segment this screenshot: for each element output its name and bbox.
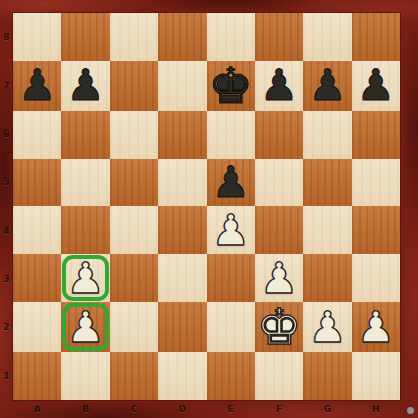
square-f8[interactable] — [255, 13, 303, 61]
square-c4[interactable] — [110, 206, 158, 254]
square-g7[interactable]: ♟ — [303, 61, 351, 111]
square-g5[interactable] — [303, 159, 351, 207]
square-a5[interactable] — [13, 159, 61, 207]
square-a6[interactable] — [13, 111, 61, 159]
file-label-e: E — [207, 400, 255, 418]
square-b7[interactable]: ♟ — [61, 61, 109, 111]
square-d7[interactable] — [158, 61, 206, 111]
square-g8[interactable] — [303, 13, 351, 61]
square-f1[interactable] — [255, 352, 303, 400]
square-g4[interactable] — [303, 206, 351, 254]
square-d2[interactable] — [158, 302, 206, 352]
black-pawn-piece[interactable]: ♟ — [308, 64, 347, 107]
rank-label-5: 5 — [0, 158, 13, 206]
rank-label-8: 8 — [0, 13, 13, 61]
square-d8[interactable] — [158, 13, 206, 61]
file-label-h: H — [352, 400, 400, 418]
rank-label-2: 2 — [0, 303, 13, 351]
file-label-c: C — [110, 400, 158, 418]
square-f3[interactable]: ♟ — [255, 254, 303, 302]
square-g2[interactable]: ♟ — [303, 302, 351, 352]
file-label-f: F — [255, 400, 303, 418]
white-pawn-piece[interactable]: ♟ — [260, 257, 299, 300]
square-h7[interactable]: ♟ — [352, 61, 400, 111]
white-pawn-piece[interactable]: ♟ — [66, 306, 105, 349]
square-g6[interactable] — [303, 111, 351, 159]
black-pawn-piece[interactable]: ♟ — [357, 64, 396, 107]
white-pawn-piece[interactable]: ♟ — [308, 306, 347, 349]
black-pawn-piece[interactable]: ♟ — [66, 64, 105, 107]
square-c1[interactable] — [110, 352, 158, 400]
square-c6[interactable] — [110, 111, 158, 159]
square-a4[interactable] — [13, 206, 61, 254]
square-f5[interactable] — [255, 159, 303, 207]
square-h2[interactable]: ♟ — [352, 302, 400, 352]
square-h4[interactable] — [352, 206, 400, 254]
square-e5[interactable]: ♟ — [207, 159, 255, 207]
square-e4[interactable]: ♟ — [207, 206, 255, 254]
square-e8[interactable] — [207, 13, 255, 61]
square-b1[interactable] — [61, 352, 109, 400]
rank-label-7: 7 — [0, 61, 13, 109]
square-b6[interactable] — [61, 111, 109, 159]
rank-label-4: 4 — [0, 207, 13, 255]
square-a8[interactable] — [13, 13, 61, 61]
rank-label-1: 1 — [0, 352, 13, 400]
square-g1[interactable] — [303, 352, 351, 400]
white-pawn-piece[interactable]: ♟ — [357, 306, 396, 349]
square-e6[interactable] — [207, 111, 255, 159]
white-pawn-piece[interactable]: ♟ — [211, 209, 250, 252]
file-labels: A B C D E F G H — [13, 400, 400, 418]
square-d3[interactable] — [158, 254, 206, 302]
square-c7[interactable] — [110, 61, 158, 111]
square-e2[interactable] — [207, 302, 255, 352]
square-h8[interactable] — [352, 13, 400, 61]
black-pawn-piece[interactable]: ♟ — [211, 161, 250, 204]
chess-board-frame: 8 7 6 5 4 3 2 1 A B C D E F G H ♟♟♚♟♟♟♟♟… — [0, 0, 418, 418]
square-b5[interactable] — [61, 159, 109, 207]
square-a2[interactable] — [13, 302, 61, 352]
square-b8[interactable] — [61, 13, 109, 61]
square-e7[interactable]: ♚ — [207, 61, 255, 111]
square-b3[interactable]: ♟ — [61, 254, 109, 302]
square-c5[interactable] — [110, 159, 158, 207]
square-e1[interactable] — [207, 352, 255, 400]
rank-label-6: 6 — [0, 110, 13, 158]
file-label-a: A — [13, 400, 61, 418]
board-grid: ♟♟♚♟♟♟♟♟♟♟♟♚♟♟ — [13, 13, 400, 400]
square-b2[interactable]: ♟ — [61, 302, 109, 352]
file-label-d: D — [158, 400, 206, 418]
square-a7[interactable]: ♟ — [13, 61, 61, 111]
square-d1[interactable] — [158, 352, 206, 400]
square-d4[interactable] — [158, 206, 206, 254]
square-c2[interactable] — [110, 302, 158, 352]
square-g3[interactable] — [303, 254, 351, 302]
square-d5[interactable] — [158, 159, 206, 207]
square-h3[interactable] — [352, 254, 400, 302]
corner-dot-icon — [407, 407, 414, 414]
square-f7[interactable]: ♟ — [255, 61, 303, 111]
square-h6[interactable] — [352, 111, 400, 159]
black-pawn-piece[interactable]: ♟ — [18, 64, 57, 107]
square-c3[interactable] — [110, 254, 158, 302]
rank-label-3: 3 — [0, 255, 13, 303]
square-e3[interactable] — [207, 254, 255, 302]
file-label-b: B — [61, 400, 109, 418]
black-pawn-piece[interactable]: ♟ — [260, 64, 299, 107]
square-h5[interactable] — [352, 159, 400, 207]
white-pawn-piece[interactable]: ♟ — [66, 257, 105, 300]
square-h1[interactable] — [352, 352, 400, 400]
file-label-g: G — [303, 400, 351, 418]
square-d6[interactable] — [158, 111, 206, 159]
square-f2[interactable]: ♚ — [255, 302, 303, 352]
square-c8[interactable] — [110, 13, 158, 61]
rank-labels: 8 7 6 5 4 3 2 1 — [0, 13, 13, 400]
square-b4[interactable] — [61, 206, 109, 254]
square-a1[interactable] — [13, 352, 61, 400]
square-f6[interactable] — [255, 111, 303, 159]
black-king-piece[interactable]: ♚ — [208, 61, 253, 111]
square-a3[interactable] — [13, 254, 61, 302]
white-king-piece[interactable]: ♚ — [257, 302, 302, 352]
square-f4[interactable] — [255, 206, 303, 254]
